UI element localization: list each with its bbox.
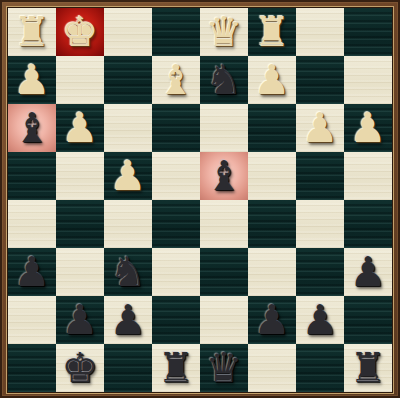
square-h2[interactable]: ♟ [8,56,56,104]
square-b5[interactable] [296,200,344,248]
square-f1[interactable] [104,8,152,56]
black-bishop-icon[interactable]: ♝ [14,104,51,152]
square-d2[interactable]: ♞ [200,56,248,104]
square-a6[interactable]: ♟ [344,248,392,296]
black-knight-icon[interactable]: ♞ [206,56,243,104]
square-b7[interactable]: ♟ [296,296,344,344]
square-e2[interactable]: ♝ [152,56,200,104]
square-f4[interactable]: ♟ [104,152,152,200]
square-g4[interactable] [56,152,104,200]
square-e8[interactable]: ♜ [152,344,200,392]
square-c5[interactable] [248,200,296,248]
square-d8[interactable]: ♛ [200,344,248,392]
board-frame: ♜♚♛♜♟♝♞♟♝♟♟♟♟♝♟♞♟♟♟♟♟♚♜♛♜ [0,0,400,398]
black-knight-icon[interactable]: ♞ [110,248,147,296]
square-h6[interactable]: ♟ [8,248,56,296]
square-a1[interactable] [344,8,392,56]
square-f6[interactable]: ♞ [104,248,152,296]
square-f5[interactable] [104,200,152,248]
white-rook-icon[interactable]: ♜ [14,8,51,56]
square-c8[interactable] [248,344,296,392]
square-f8[interactable] [104,344,152,392]
white-bishop-icon[interactable]: ♝ [158,56,195,104]
square-h8[interactable] [8,344,56,392]
square-a8[interactable]: ♜ [344,344,392,392]
square-f2[interactable] [104,56,152,104]
black-rook-icon[interactable]: ♜ [350,344,387,392]
square-b2[interactable] [296,56,344,104]
white-pawn-icon[interactable]: ♟ [302,104,339,152]
white-pawn-icon[interactable]: ♟ [110,152,147,200]
chess-board: ♜♚♛♜♟♝♞♟♝♟♟♟♟♝♟♞♟♟♟♟♟♚♜♛♜ [8,8,392,392]
white-pawn-icon[interactable]: ♟ [14,56,51,104]
square-d6[interactable] [200,248,248,296]
square-c3[interactable] [248,104,296,152]
square-h1[interactable]: ♜ [8,8,56,56]
black-pawn-icon[interactable]: ♟ [14,248,51,296]
square-e7[interactable] [152,296,200,344]
square-b8[interactable] [296,344,344,392]
black-pawn-icon[interactable]: ♟ [62,296,99,344]
square-g8[interactable]: ♚ [56,344,104,392]
black-pawn-icon[interactable]: ♟ [254,296,291,344]
square-f3[interactable] [104,104,152,152]
square-e1[interactable] [152,8,200,56]
square-c4[interactable] [248,152,296,200]
black-pawn-icon[interactable]: ♟ [110,296,147,344]
square-b6[interactable] [296,248,344,296]
black-pawn-icon[interactable]: ♟ [302,296,339,344]
square-a7[interactable] [344,296,392,344]
square-a3[interactable]: ♟ [344,104,392,152]
square-e5[interactable] [152,200,200,248]
square-g2[interactable] [56,56,104,104]
square-e6[interactable] [152,248,200,296]
square-c1[interactable]: ♜ [248,8,296,56]
square-a2[interactable] [344,56,392,104]
black-rook-icon[interactable]: ♜ [158,344,195,392]
square-h3[interactable]: ♝ [8,104,56,152]
square-b4[interactable] [296,152,344,200]
square-f7[interactable]: ♟ [104,296,152,344]
white-rook-icon[interactable]: ♜ [254,8,291,56]
square-c2[interactable]: ♟ [248,56,296,104]
square-g1[interactable]: ♚ [56,8,104,56]
square-g6[interactable] [56,248,104,296]
square-b1[interactable] [296,8,344,56]
square-e3[interactable] [152,104,200,152]
square-g3[interactable]: ♟ [56,104,104,152]
square-a5[interactable] [344,200,392,248]
square-d4[interactable]: ♝ [200,152,248,200]
square-h4[interactable] [8,152,56,200]
square-c6[interactable] [248,248,296,296]
white-king-icon[interactable]: ♚ [62,8,99,56]
black-bishop-icon[interactable]: ♝ [206,152,243,200]
square-a4[interactable] [344,152,392,200]
white-pawn-icon[interactable]: ♟ [350,104,387,152]
square-b3[interactable]: ♟ [296,104,344,152]
square-e4[interactable] [152,152,200,200]
square-c7[interactable]: ♟ [248,296,296,344]
square-h7[interactable] [8,296,56,344]
square-d7[interactable] [200,296,248,344]
white-queen-icon[interactable]: ♛ [206,8,243,56]
square-h5[interactable] [8,200,56,248]
white-pawn-icon[interactable]: ♟ [62,104,99,152]
white-pawn-icon[interactable]: ♟ [254,56,291,104]
square-d1[interactable]: ♛ [200,8,248,56]
square-d3[interactable] [200,104,248,152]
black-pawn-icon[interactable]: ♟ [350,248,387,296]
black-queen-icon[interactable]: ♛ [206,344,243,392]
square-g5[interactable] [56,200,104,248]
square-g7[interactable]: ♟ [56,296,104,344]
square-d5[interactable] [200,200,248,248]
black-king-icon[interactable]: ♚ [62,344,99,392]
